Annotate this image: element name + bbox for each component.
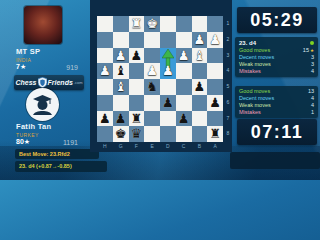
square-a7[interactable] (207, 111, 223, 127)
logo-text-left: Chess (16, 79, 37, 86)
mistakes-label: Mistakes (239, 68, 261, 75)
square-c6[interactable] (176, 95, 192, 111)
black-knight[interactable]: ♞ (144, 79, 160, 95)
square-c5[interactable] (176, 79, 192, 95)
square-e4[interactable]: ♟ (144, 63, 160, 79)
top-player-name: MT SP (16, 47, 40, 56)
mistakes-label: Mistakes (239, 109, 261, 116)
square-c7[interactable]: ♟ (176, 111, 192, 127)
good-moves-value: 15 (303, 47, 309, 53)
black-bishop[interactable]: ♝ (113, 63, 129, 79)
square-f7[interactable]: ♜ (129, 111, 145, 127)
square-c3[interactable]: ♟ (176, 48, 192, 64)
white-pawn[interactable]: ♟ (160, 63, 176, 79)
white-pawn[interactable]: ♟ (176, 48, 192, 64)
top-clock: 05:29 (237, 7, 317, 33)
square-c8[interactable] (176, 126, 192, 142)
stat-row: Decent moves4 (239, 95, 314, 102)
square-h2[interactable] (97, 32, 113, 48)
white-pawn[interactable]: ♟ (207, 32, 223, 48)
square-b5[interactable]: ♟ (192, 79, 208, 95)
white-pawn[interactable]: ♟ (113, 48, 129, 64)
bottom-player-name: Fatih Tan (16, 122, 51, 131)
decent-moves-value: 4 (311, 95, 314, 102)
stat-row: Weak moves3 (239, 61, 314, 68)
square-g7[interactable]: ♟ (113, 111, 129, 127)
square-f5[interactable] (129, 79, 145, 95)
black-pawn[interactable]: ♟ (129, 48, 145, 64)
top-stats-panel: 23. d4 Good moves15★ Decent moves3 Weak … (235, 37, 318, 77)
square-e8[interactable] (144, 126, 160, 142)
good-moves-value: 13 (308, 88, 314, 95)
stat-row: Mistakes1 (239, 109, 314, 116)
square-h7[interactable]: ♟ (97, 111, 113, 127)
good-moves-label: Good moves (239, 47, 270, 54)
square-d5[interactable] (160, 79, 176, 95)
square-a1[interactable] (207, 16, 223, 32)
square-d8[interactable] (160, 126, 176, 142)
white-pawn[interactable]: ♟ (192, 32, 208, 48)
rank-label: 1 (224, 16, 232, 32)
black-pawn[interactable]: ♟ (97, 111, 113, 127)
square-c4[interactable] (176, 63, 192, 79)
square-f3[interactable]: ♟ (129, 48, 145, 64)
square-d4[interactable]: ♟ (160, 63, 176, 79)
star-badge-icon: ★ (310, 48, 314, 53)
avatar-top-player (24, 6, 62, 44)
square-g8[interactable]: ♚ (113, 126, 129, 142)
square-e7[interactable] (144, 111, 160, 127)
white-bishop[interactable]: ♝ (192, 48, 208, 64)
stat-row: Mistakes4 (239, 68, 314, 75)
square-h3[interactable] (97, 48, 113, 64)
black-pawn[interactable]: ♟ (207, 95, 223, 111)
square-b4[interactable] (192, 63, 208, 79)
square-e2[interactable] (144, 32, 160, 48)
stat-row: Weak moves4 (239, 102, 314, 109)
mistakes-value: 4 (311, 68, 314, 75)
square-a3[interactable] (207, 48, 223, 64)
rank-label: 6 (224, 95, 232, 111)
rank-label: 8 (224, 126, 232, 142)
white-pawn[interactable]: ♟ (97, 63, 113, 79)
square-h8[interactable] (97, 126, 113, 142)
square-g3[interactable]: ♟ (113, 48, 129, 64)
square-h1[interactable] (97, 16, 113, 32)
decent-moves-value: 3 (311, 54, 314, 61)
square-g2[interactable] (113, 32, 129, 48)
bottom-clock: 07:11 (237, 119, 317, 145)
white-rook[interactable]: ♜ (129, 16, 145, 32)
decent-moves-label: Decent moves (239, 95, 274, 102)
square-a2[interactable]: ♟ (207, 32, 223, 48)
black-king[interactable]: ♚ (113, 126, 129, 142)
good-moves-label: Good moves (239, 88, 270, 95)
bottom-stats-panel: Good moves13 Decent moves4 Weak moves4 M… (235, 86, 318, 118)
square-h5[interactable] (97, 79, 113, 95)
black-pawn[interactable]: ♟ (192, 79, 208, 95)
square-b8[interactable] (192, 126, 208, 142)
square-e6[interactable] (144, 95, 160, 111)
square-f8[interactable]: ♛ (129, 126, 145, 142)
decent-moves-label: Decent moves (239, 54, 274, 61)
square-f6[interactable] (129, 95, 145, 111)
board: ♜♚♟♟♟♟♟♝♟♝♟♟♝♞♟♟♟♟♟♜♟♚♛♜ (97, 16, 223, 142)
file-label: D (160, 142, 176, 151)
stat-row: Decent moves3 (239, 54, 314, 61)
square-a4[interactable] (207, 63, 223, 79)
square-h6[interactable] (97, 95, 113, 111)
square-d7[interactable] (160, 111, 176, 127)
black-pawn[interactable]: ♟ (160, 95, 176, 111)
best-move-label: Best Move: 23.Rfd2 (15, 149, 99, 159)
board-panel: ♜♚♟♟♟♟♟♝♟♝♟♟♝♞♟♟♟♟♟♜♟♚♛♜ 12345678 HGFEDC… (90, 0, 232, 152)
file-label: A (207, 142, 223, 151)
square-e3[interactable] (144, 48, 160, 64)
square-a6[interactable]: ♟ (207, 95, 223, 111)
white-bishop[interactable]: ♝ (113, 79, 129, 95)
bottom-player-rating: 1191 (38, 139, 78, 146)
square-b1[interactable] (192, 16, 208, 32)
file-label: F (129, 142, 145, 151)
square-g4[interactable]: ♝ (113, 63, 129, 79)
bottom-player-stars: 80★ (16, 138, 30, 146)
chessfriends-logo[interactable]: Chess Friends .com (14, 75, 84, 90)
square-g6[interactable] (113, 95, 129, 111)
rank-label: 2 (224, 32, 232, 48)
weak-moves-label: Weak moves (239, 61, 271, 68)
square-b3[interactable]: ♝ (192, 48, 208, 64)
white-king[interactable]: ♚ (144, 16, 160, 32)
logo-text-right: Friends (48, 79, 73, 86)
weak-moves-value: 4 (311, 102, 314, 109)
avatar-bottom-player (26, 88, 59, 121)
rank-label: 4 (224, 63, 232, 79)
top-player-stars: 7★ (16, 63, 26, 71)
last-move-label: 23. d4 (239, 40, 256, 46)
logo-suffix: .com (74, 80, 83, 85)
square-f1[interactable]: ♜ (129, 16, 145, 32)
file-label: G (113, 142, 129, 151)
square-b2[interactable]: ♟ (192, 32, 208, 48)
black-pawn[interactable]: ♟ (176, 111, 192, 127)
file-labels: HGFEDCBA (97, 142, 223, 151)
file-label: E (144, 142, 160, 151)
weak-moves-label: Weak moves (239, 102, 271, 109)
file-label: H (97, 142, 113, 151)
square-d2[interactable] (160, 32, 176, 48)
black-pawn[interactable]: ♟ (113, 111, 129, 127)
rank-labels: 12345678 (224, 16, 232, 142)
square-h4[interactable]: ♟ (97, 63, 113, 79)
square-d1[interactable] (160, 16, 176, 32)
square-g5[interactable]: ♝ (113, 79, 129, 95)
file-label: C (176, 142, 192, 151)
square-e5[interactable]: ♞ (144, 79, 160, 95)
square-e1[interactable]: ♚ (144, 16, 160, 32)
black-rook[interactable]: ♜ (207, 126, 223, 142)
square-f2[interactable] (129, 32, 145, 48)
white-pawn[interactable]: ♟ (144, 63, 160, 79)
weak-moves-value: 3 (311, 61, 314, 68)
move-quality-dot-icon (310, 41, 314, 45)
graduate-icon (29, 91, 56, 118)
stat-row: Good moves13 (239, 88, 314, 95)
top-player-rating: 919 (38, 64, 78, 71)
square-d6[interactable]: ♟ (160, 95, 176, 111)
bottom-right-tray (230, 152, 320, 169)
square-a5[interactable] (207, 79, 223, 95)
square-a8[interactable]: ♜ (207, 126, 223, 142)
square-g1[interactable] (113, 16, 129, 32)
rank-label: 5 (224, 79, 232, 95)
square-f4[interactable] (129, 63, 145, 79)
rank-label: 7 (224, 111, 232, 127)
square-b7[interactable] (192, 111, 208, 127)
black-rook[interactable]: ♜ (129, 111, 145, 127)
move-eval-label: 23. d4 (+0.87→-0.85) (15, 161, 107, 172)
shield-icon (38, 77, 47, 88)
file-label: B (192, 142, 208, 151)
square-c1[interactable] (176, 16, 192, 32)
square-c2[interactable] (176, 32, 192, 48)
rank-label: 3 (224, 48, 232, 64)
stat-row: Good moves15★ (239, 47, 314, 54)
mistakes-value: 1 (311, 109, 314, 116)
black-queen[interactable]: ♛ (129, 126, 145, 142)
square-b6[interactable] (192, 95, 208, 111)
